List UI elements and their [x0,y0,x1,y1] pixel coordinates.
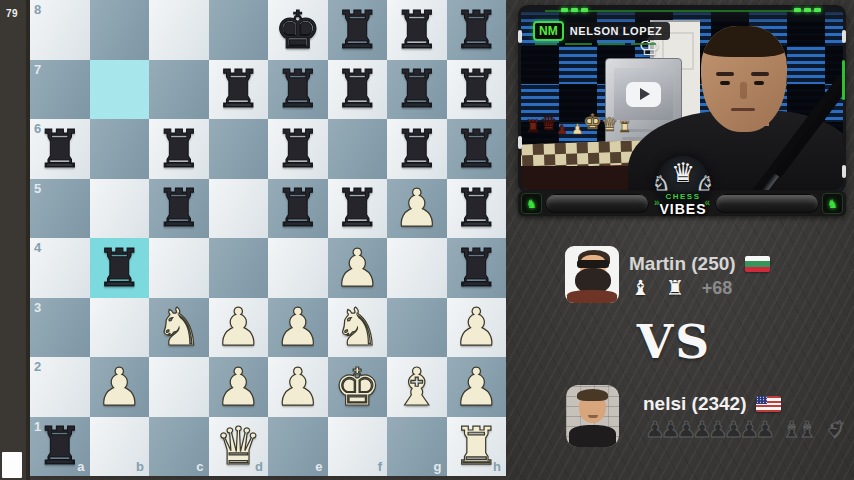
app-root: 79 8♚♜♜♜7♜♜♜♜♜6♜♜♜♜♜5♜♜♜♟♜4♜♟♜3♞♟♟♞♟2♟♟♟… [0,0,854,480]
black-rook[interactable]: ♜ [387,119,447,179]
player-row-top: Martin (250) ♝♜ +68 [506,244,854,310]
black-rook[interactable]: ♜ [328,179,388,239]
black-rook[interactable]: ♜ [268,179,328,239]
flag-usa-icon [756,396,781,412]
square-g2[interactable]: ♝ [387,357,447,417]
square-h8[interactable]: ♜ [447,0,507,60]
material-advantage: +68 [702,278,733,299]
streamer-name-badge: NELSON LOPEZ [564,22,671,40]
logo-text-chess: CHESS [645,192,721,201]
rank-label-8: 8 [34,2,41,17]
play-button-icon [626,82,661,107]
square-f2[interactable]: ♚ [328,357,388,417]
square-h6[interactable]: ♜ [447,119,507,179]
player-name-top: Martin (250) [629,253,736,275]
white-pawn[interactable]: ♟ [268,357,328,417]
player-row-bottom: nelsi (2342) ♟♟♟♟♟♟♟♟♝♝♞ [506,384,854,450]
rank-label-5: 5 [34,181,41,196]
square-g4[interactable] [387,238,447,298]
square-h2[interactable]: ♟ [447,357,507,417]
square-b5[interactable] [90,179,150,239]
black-rook[interactable]: ♜ [447,60,507,120]
square-a8[interactable]: 8 [30,0,90,60]
green-dash [581,8,588,12]
square-c3[interactable]: ♞ [149,298,209,358]
square-c2[interactable] [149,357,209,417]
square-a2[interactable]: 2 [30,357,90,417]
black-rook[interactable]: ♜ [90,238,150,298]
frame-tick [518,136,522,149]
table-piece: ♜ [618,120,631,135]
square-c4[interactable] [149,238,209,298]
square-f4[interactable]: ♟ [328,238,388,298]
streamer-face [701,26,787,132]
rank-label-3: 3 [34,300,41,315]
black-rook[interactable]: ♜ [387,0,447,60]
captured-bishop-icon: ♝ [631,276,650,300]
right-panel: ♔ ♜ ♛ ♟ ♟ ♚ ♛ ♜ [506,0,854,480]
square-a5[interactable]: 5 [30,179,90,239]
square-f3[interactable]: ♞ [328,298,388,358]
square-e4[interactable] [268,238,328,298]
white-pawn[interactable]: ♟ [447,298,507,358]
player-name-bottom: nelsi (2342) [643,393,747,415]
file-label-c: c [196,459,203,474]
green-knight-icon: ♞ [822,193,843,214]
square-e1[interactable]: e [268,417,328,477]
black-rook[interactable]: ♜ [328,60,388,120]
square-f8[interactable]: ♜ [328,0,388,60]
black-rook[interactable]: ♜ [447,119,507,179]
captured-bishop-icon: ♝ [798,417,818,442]
black-rook[interactable]: ♜ [328,0,388,60]
rank-label-7: 7 [34,62,41,77]
green-dash [804,8,811,12]
logo-text-vibes: VIBES [645,201,721,217]
square-a7[interactable]: 7 [30,60,90,120]
green-knight-icon: ♞ [521,193,542,214]
green-dash [794,8,801,12]
table-piece: ♟ [571,122,584,136]
green-underline [565,43,592,45]
square-d4[interactable] [209,238,269,298]
white-pawn[interactable]: ♟ [447,357,507,417]
table-piece: ♟ [556,123,568,136]
white-knight[interactable]: ♞ [328,298,388,358]
green-edge-accent [842,60,845,100]
square-c6[interactable]: ♜ [149,119,209,179]
square-b7[interactable] [90,60,150,120]
captured-pawn-icon: ♟ [755,417,775,442]
nm-title-badge: NM [533,21,564,41]
white-pawn[interactable]: ♟ [209,357,269,417]
vs-label: VS [569,314,779,369]
square-b2[interactable]: ♟ [90,357,150,417]
square-b6[interactable] [90,119,150,179]
square-d5[interactable] [209,179,269,239]
white-pawn[interactable]: ♟ [209,298,269,358]
green-underline [631,43,656,45]
table-piece: ♛ [540,114,557,133]
streamer-badges: NM NELSON LOPEZ [533,21,670,41]
file-label-e: e [315,459,322,474]
rank-label-4: 4 [34,240,41,255]
black-rook[interactable]: ♜ [30,417,90,477]
square-a3[interactable]: 3 [30,298,90,358]
white-bishop[interactable]: ♝ [387,357,447,417]
file-label-g: g [434,459,442,474]
white-rook[interactable]: ♜ [447,417,507,477]
green-dash [561,8,568,12]
square-g5[interactable]: ♟ [387,179,447,239]
frame-tick [842,165,846,178]
counter-label: 79 [6,8,18,19]
square-e8[interactable]: ♚ [268,0,328,60]
black-rook[interactable]: ♜ [268,119,328,179]
square-f6[interactable] [328,119,388,179]
black-rook[interactable]: ♜ [447,238,507,298]
captured-rook-icon: ♜ [666,276,685,300]
square-d8[interactable] [209,0,269,60]
green-dash [571,8,578,12]
chess-board[interactable]: 8♚♜♜♜7♜♜♜♜♜6♜♜♜♜♜5♜♜♜♟♜4♜♟♜3♞♟♟♞♟2♟♟♟♚♝♟… [30,0,506,476]
square-h7[interactable]: ♜ [447,60,507,120]
bar-pill-right [715,194,819,213]
square-d7[interactable]: ♜ [209,60,269,120]
logo-queen-icon: ♛ [645,157,721,188]
square-b3[interactable] [90,298,150,358]
file-label-f: f [378,459,382,474]
black-rook[interactable]: ♜ [447,179,507,239]
square-e7[interactable]: ♜ [268,60,328,120]
square-a4[interactable]: 4 [30,238,90,298]
square-e6[interactable]: ♜ [268,119,328,179]
square-e5[interactable]: ♜ [268,179,328,239]
square-e3[interactable]: ♟ [268,298,328,358]
white-pawn[interactable]: ♟ [90,357,150,417]
flag-bulgaria-icon [745,256,770,272]
green-underline [535,43,557,45]
frame-tick [842,30,846,43]
square-f7[interactable]: ♜ [328,60,388,120]
white-chip [2,452,22,478]
white-king[interactable]: ♚ [328,357,388,417]
table-piece: ♛ [601,115,618,134]
square-c1[interactable]: c [149,417,209,477]
square-d6[interactable] [209,119,269,179]
black-rook[interactable]: ♜ [149,119,209,179]
square-d1[interactable]: d♛ [209,417,269,477]
square-b8[interactable] [90,0,150,60]
black-rook[interactable]: ♜ [387,60,447,120]
square-b1[interactable]: b [90,417,150,477]
square-g8[interactable]: ♜ [387,0,447,60]
captured-pieces-bottom: ♟♟♟♟♟♟♟♟♝♝♞ [645,417,840,442]
square-h1[interactable]: h♜ [447,417,507,477]
chess-vibes-logo: ♞ ♞ ♛ CHESS VIBES [645,156,721,224]
square-d2[interactable]: ♟ [209,357,269,417]
bar-pill-left [545,194,649,213]
square-h5[interactable]: ♜ [447,179,507,239]
white-knight[interactable]: ♞ [149,298,209,358]
square-c7[interactable] [149,60,209,120]
square-c8[interactable] [149,0,209,60]
black-rook[interactable]: ♜ [447,0,507,60]
square-g6[interactable]: ♜ [387,119,447,179]
black-rook[interactable]: ♜ [149,179,209,239]
black-rook[interactable]: ♜ [209,60,269,120]
black-rook[interactable]: ♜ [30,119,90,179]
square-a1[interactable]: 1a♜ [30,417,90,477]
square-f1[interactable]: f [328,417,388,477]
white-queen[interactable]: ♛ [209,417,269,477]
black-rook[interactable]: ♜ [268,60,328,120]
square-e2[interactable]: ♟ [268,357,328,417]
captured-pieces-top: ♝♜ [631,276,690,300]
square-a6[interactable]: 6♜ [30,119,90,179]
sunglasses-icon [577,260,609,268]
white-pawn[interactable]: ♟ [268,298,328,358]
green-dash [814,8,821,12]
file-label-b: b [136,459,144,474]
square-b4[interactable]: ♜ [90,238,150,298]
green-underline [598,43,625,45]
square-f5[interactable]: ♜ [328,179,388,239]
captured-knight-icon: ♞ [821,413,853,444]
black-king[interactable]: ♚ [268,0,328,60]
rank-label-2: 2 [34,359,41,374]
avatar-nelsi [566,385,619,447]
left-sidebar: 79 [0,0,30,480]
square-h3[interactable]: ♟ [447,298,507,358]
square-g1[interactable]: g [387,417,447,477]
frame-tick [518,30,522,43]
square-g3[interactable] [387,298,447,358]
white-pawn[interactable]: ♟ [387,179,447,239]
square-d3[interactable]: ♟ [209,298,269,358]
avatar-martin [565,246,619,303]
table-piece: ♜ [525,118,540,135]
white-pawn[interactable]: ♟ [328,238,388,298]
square-h4[interactable]: ♜ [447,238,507,298]
square-c5[interactable]: ♜ [149,179,209,239]
table-piece: ♚ [583,112,602,133]
square-g7[interactable]: ♜ [387,60,447,120]
